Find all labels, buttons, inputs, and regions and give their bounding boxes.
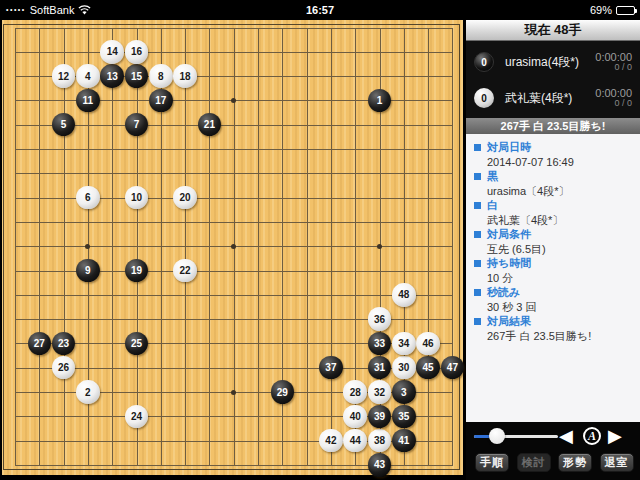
stone-17: 17 xyxy=(149,89,173,113)
stone-15: 15 xyxy=(125,64,149,88)
info-label: 対局条件 xyxy=(466,227,640,242)
player-clock: 0:00:000 / 0 xyxy=(595,87,632,109)
info-label: 対局日時 xyxy=(466,140,640,155)
info-value: 互先 (6.5目) xyxy=(466,242,640,256)
move-slider[interactable] xyxy=(474,435,558,438)
player-name: urasima(4段*) xyxy=(505,54,595,71)
star-point xyxy=(231,244,236,249)
grid-line xyxy=(307,28,308,465)
info-label: 持ち時間 xyxy=(466,256,640,271)
stone-35: 35 xyxy=(392,405,416,429)
info-value: 2014-07-07 16:49 xyxy=(466,155,640,169)
stone-43: 43 xyxy=(368,453,392,477)
leave-room-button[interactable]: 退室 xyxy=(600,453,634,472)
result-banner: 267手 白 23.5目勝ち! xyxy=(466,118,640,134)
grid-line xyxy=(258,28,259,465)
stone-27: 27 xyxy=(28,332,52,356)
player-list: 0urasima(4段*)0:00:000 / 00武礼葉(4段*)0:00:0… xyxy=(466,41,640,118)
stone-24: 24 xyxy=(125,405,149,429)
stone-22: 22 xyxy=(173,259,197,283)
stone-20: 20 xyxy=(173,186,197,210)
game-info-list: 対局日時2014-07-07 16:49黒urasima〔4段*〕白武礼葉〔4段… xyxy=(466,134,640,422)
info-label: 白 xyxy=(466,198,640,213)
status-bar: ••••• SoftBank 16:57 69% xyxy=(0,0,640,20)
stone-3: 3 xyxy=(392,380,416,404)
star-point xyxy=(231,390,236,395)
prev-move-button[interactable]: ◀ xyxy=(559,423,573,449)
stone-14: 14 xyxy=(100,40,124,64)
stone-36: 36 xyxy=(368,307,392,331)
stone-32: 32 xyxy=(368,380,392,404)
evaluation-button[interactable]: 形勢 xyxy=(558,453,592,472)
stone-4: 4 xyxy=(76,64,100,88)
current-move-header: 現在 48手 xyxy=(466,20,640,41)
stone-8: 8 xyxy=(149,64,173,88)
slider-thumb-icon[interactable] xyxy=(489,428,505,444)
star-point xyxy=(377,244,382,249)
black-stone-icon: 0 xyxy=(474,52,494,72)
stone-6: 6 xyxy=(76,186,100,210)
bullet-icon xyxy=(474,318,481,325)
player-name: 武礼葉(4段*) xyxy=(505,90,595,107)
app-screen: ••••• SoftBank 16:57 69% 123456789101112… xyxy=(0,0,640,480)
info-value: urasima〔4段*〕 xyxy=(466,184,640,198)
autoplay-button[interactable]: A xyxy=(583,427,601,445)
info-label: 対局結果 xyxy=(466,314,640,329)
stone-45: 45 xyxy=(416,356,440,380)
panel-button-row: 手順検討形勢退室 xyxy=(475,453,634,472)
info-value: 10 分 xyxy=(466,271,640,285)
clock-label: 16:57 xyxy=(0,0,640,20)
go-board[interactable]: 1234567891011121314151617181920212223242… xyxy=(2,20,463,475)
stone-42: 42 xyxy=(319,429,343,453)
side-panel: 現在 48手 0urasima(4段*)0:00:000 / 00武礼葉(4段*… xyxy=(466,20,640,480)
white-stone-icon: 0 xyxy=(474,88,494,108)
stone-30: 30 xyxy=(392,356,416,380)
stone-40: 40 xyxy=(343,405,367,429)
stone-34: 34 xyxy=(392,332,416,356)
stone-12: 12 xyxy=(52,64,76,88)
stone-29: 29 xyxy=(271,380,295,404)
playback-controls: ◀ A ▶ 手順検討形勢退室 xyxy=(466,422,640,480)
bullet-icon xyxy=(474,231,481,238)
next-move-button[interactable]: ▶ xyxy=(608,423,622,449)
review-button[interactable]: 検討 xyxy=(517,453,551,472)
bullet-icon xyxy=(474,173,481,180)
info-value: 武礼葉〔4段*〕 xyxy=(466,213,640,227)
board-area: 1234567891011121314151617181920212223242… xyxy=(0,20,466,480)
bullet-icon xyxy=(474,202,481,209)
info-value: 267手 白 23.5目勝ち! xyxy=(466,329,640,343)
bullet-icon xyxy=(474,260,481,267)
grid-line xyxy=(452,28,453,465)
bullet-icon xyxy=(474,289,481,296)
stone-11: 11 xyxy=(76,89,100,113)
stone-16: 16 xyxy=(125,40,149,64)
stone-39: 39 xyxy=(368,405,392,429)
battery-icon xyxy=(616,6,635,15)
stone-9: 9 xyxy=(76,259,100,283)
player-row-white: 0武礼葉(4段*)0:00:000 / 0 xyxy=(466,80,640,116)
info-label: 秒読み xyxy=(466,285,640,300)
grid-line xyxy=(331,28,332,465)
battery-percent-label: 69% xyxy=(590,4,612,16)
stone-48: 48 xyxy=(392,283,416,307)
stone-18: 18 xyxy=(173,64,197,88)
stone-28: 28 xyxy=(343,380,367,404)
grid-line xyxy=(15,295,453,296)
stone-2: 2 xyxy=(76,380,100,404)
player-clock: 0:00:000 / 0 xyxy=(595,51,632,73)
player-row-black: 0urasima(4段*)0:00:000 / 0 xyxy=(466,44,640,80)
info-label: 黒 xyxy=(466,169,640,184)
sequence-button[interactable]: 手順 xyxy=(475,453,509,472)
stone-41: 41 xyxy=(392,429,416,453)
stone-13: 13 xyxy=(100,64,124,88)
bullet-icon xyxy=(474,144,481,151)
stone-44: 44 xyxy=(343,429,367,453)
stone-47: 47 xyxy=(441,356,465,380)
stone-37: 37 xyxy=(319,356,343,380)
grid-line xyxy=(428,28,429,465)
status-right: 69% xyxy=(590,0,635,20)
info-value: 30 秒 3 回 xyxy=(466,300,640,314)
stone-46: 46 xyxy=(416,332,440,356)
